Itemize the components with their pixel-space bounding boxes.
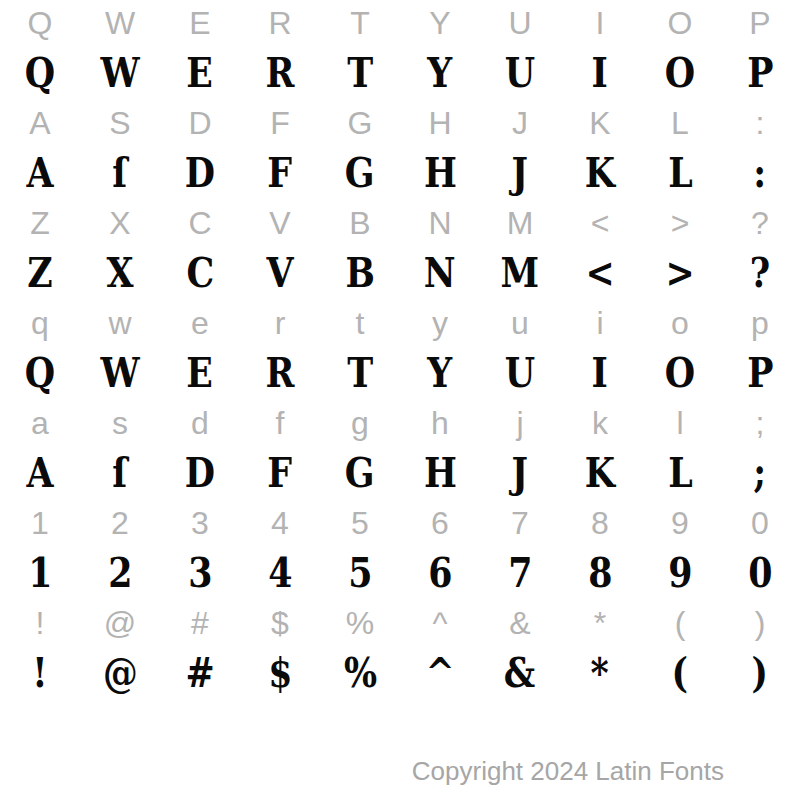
glyph-cell-r2c7: U: [480, 53, 560, 94]
glyph-reference: s: [112, 405, 128, 441]
glyph-reference: D: [188, 105, 211, 141]
glyph-cell-r12c5: 5: [320, 553, 400, 594]
glyph-sample: T: [347, 53, 373, 94]
glyph-reference: C: [188, 205, 211, 241]
glyph-reference: f: [276, 405, 285, 441]
glyph-reference: u: [511, 305, 529, 341]
glyph-reference: g: [351, 405, 369, 441]
glyph-cell-r5c3: C: [160, 207, 240, 239]
glyph-reference: ^: [432, 605, 447, 641]
glyph-cell-r4c6: H: [400, 153, 480, 194]
glyph-sample: F: [268, 153, 293, 194]
glyph-cell-r6c2: X: [80, 253, 160, 294]
glyph-sample: Q: [25, 353, 55, 394]
glyph-cell-r4c5: G: [320, 153, 400, 194]
glyph-cell-r2c5: T: [320, 53, 400, 94]
glyph-cell-r12c3: 3: [160, 553, 240, 594]
glyph-cell-r1c4: R: [240, 7, 320, 39]
glyph-sample: 7: [508, 553, 532, 594]
glyph-reference: S: [109, 105, 130, 141]
glyph-reference: @: [104, 605, 136, 641]
glyph-sample: E: [187, 353, 214, 394]
glyph-cell-r14c8: *: [560, 653, 640, 694]
glyph-sample: P: [747, 353, 773, 394]
glyph-sample: A: [26, 153, 53, 194]
glyph-cell-r11c10: 0: [720, 507, 800, 539]
glyph-cell-r7c4: r: [240, 307, 320, 339]
glyph-cell-r5c6: N: [400, 207, 480, 239]
glyph-sample: #: [185, 653, 214, 694]
glyph-reference: U: [508, 5, 531, 41]
glyph-cell-r8c10: P: [720, 353, 800, 394]
glyph-reference: ?: [751, 205, 769, 241]
glyph-cell-r4c1: A: [0, 153, 80, 194]
glyph-sample: %: [343, 653, 376, 694]
glyph-cell-r10c9: L: [640, 453, 720, 494]
glyph-sample: L: [668, 453, 693, 494]
glyph-sample: Z: [27, 253, 52, 294]
glyph-sample: R: [266, 353, 295, 394]
glyph-reference: l: [676, 405, 683, 441]
glyph-cell-r12c4: 4: [240, 553, 320, 594]
glyph-cell-r13c4: $: [240, 607, 320, 639]
glyph-sample: 6: [428, 553, 452, 594]
glyph-reference: P: [749, 5, 770, 41]
glyph-cell-r11c7: 7: [480, 507, 560, 539]
glyph-reference: L: [671, 105, 689, 141]
glyph-sample: 3: [188, 553, 212, 594]
glyph-cell-r14c5: %: [320, 653, 400, 694]
glyph-cell-r10c8: K: [560, 453, 640, 494]
glyph-reference: R: [268, 5, 291, 41]
glyph-reference: ): [755, 605, 766, 641]
glyph-cell-r7c6: y: [400, 307, 480, 339]
glyph-cell-r13c8: *: [560, 607, 640, 639]
glyph-cell-r1c9: O: [640, 7, 720, 39]
glyph-sample: K: [585, 453, 615, 494]
glyph-reference: #: [191, 605, 209, 641]
glyph-cell-r8c3: E: [160, 353, 240, 394]
glyph-reference: i: [596, 305, 603, 341]
glyph-cell-r3c5: G: [320, 107, 400, 139]
glyph-reference: y: [432, 305, 448, 341]
glyph-cell-r8c6: Y: [400, 353, 480, 394]
glyph-reference: F: [270, 105, 290, 141]
glyph-cell-r9c9: l: [640, 407, 720, 439]
glyph-cell-r1c7: U: [480, 7, 560, 39]
glyph-sample: 5: [348, 553, 372, 594]
glyph-sample: U: [505, 353, 535, 394]
glyph-sample: ſ: [112, 453, 127, 494]
glyph-reference: h: [431, 405, 449, 441]
glyph-sample: 1: [28, 553, 52, 594]
glyph-reference: $: [271, 605, 289, 641]
glyph-cell-r11c1: 1: [0, 507, 80, 539]
glyph-reference: X: [109, 205, 130, 241]
glyph-cell-r7c2: w: [80, 307, 160, 339]
glyph-cell-r9c10: ;: [720, 407, 800, 439]
glyph-sample: K: [585, 153, 615, 194]
glyph-cell-r9c8: k: [560, 407, 640, 439]
glyph-sample: ?: [750, 253, 770, 294]
glyph-cell-r10c5: G: [320, 453, 400, 494]
glyph-cell-r2c2: W: [80, 53, 160, 94]
glyph-cell-r13c7: &: [480, 607, 560, 639]
glyph-reference: 3: [191, 505, 209, 541]
specimen-row-3-reference: ASDFGHJKL:: [0, 100, 800, 146]
glyph-reference: o: [671, 305, 689, 341]
glyph-cell-r10c6: H: [400, 453, 480, 494]
glyph-cell-r8c4: R: [240, 353, 320, 394]
glyph-sample: J: [512, 453, 528, 494]
glyph-reference: T: [350, 5, 370, 41]
glyph-cell-r8c9: O: [640, 353, 720, 394]
glyph-sample: W: [100, 53, 139, 94]
glyph-cell-r1c5: T: [320, 7, 400, 39]
glyph-sample: 2: [108, 553, 132, 594]
glyph-cell-r5c1: Z: [0, 207, 80, 239]
glyph-reference: p: [751, 305, 769, 341]
glyph-cell-r1c1: Q: [0, 7, 80, 39]
glyph-cell-r1c6: Y: [400, 7, 480, 39]
glyph-sample: Q: [25, 53, 55, 94]
glyph-reference: 6: [431, 505, 449, 541]
glyph-sample: O: [665, 353, 695, 394]
glyph-cell-r10c3: D: [160, 453, 240, 494]
glyph-reference: E: [189, 5, 210, 41]
glyph-cell-r4c7: J: [480, 153, 560, 194]
glyph-cell-r7c10: p: [720, 307, 800, 339]
glyph-cell-r8c1: Q: [0, 353, 80, 394]
glyph-cell-r14c9: (: [640, 653, 720, 694]
specimen-row-6-sample: ZXCVBNM<>?: [0, 246, 800, 300]
glyph-cell-r2c1: Q: [0, 53, 80, 94]
specimen-row-14-sample: !@#$%^&*(): [0, 646, 800, 700]
glyph-sample: W: [100, 353, 139, 394]
glyph-sample: <: [585, 253, 614, 294]
glyph-reference: t: [356, 305, 365, 341]
glyph-reference: 9: [671, 505, 689, 541]
glyph-cell-r7c8: i: [560, 307, 640, 339]
glyph-cell-r10c1: A: [0, 453, 80, 494]
font-specimen-page: QWERTYUIOPQWERTYUIOPASDFGHJKL:AſDFGHJKL:…: [0, 0, 800, 800]
glyph-reference: 5: [351, 505, 369, 541]
specimen-row-2-sample: QWERTYUIOP: [0, 46, 800, 100]
glyph-reference: :: [756, 105, 765, 141]
glyph-cell-r1c2: W: [80, 7, 160, 39]
glyph-sample: L: [668, 153, 693, 194]
glyph-cell-r12c1: 1: [0, 553, 80, 594]
glyph-cell-r7c1: q: [0, 307, 80, 339]
glyph-cell-r13c10: ): [720, 607, 800, 639]
glyph-cell-r10c2: ſ: [80, 453, 160, 494]
glyph-reference: <: [591, 205, 610, 241]
glyph-cell-r11c8: 8: [560, 507, 640, 539]
glyph-cell-r6c9: >: [640, 253, 720, 294]
glyph-cell-r14c3: #: [160, 653, 240, 694]
glyph-cell-r12c9: 9: [640, 553, 720, 594]
glyph-cell-r10c10: ;: [720, 453, 800, 494]
glyph-cell-r8c8: I: [560, 353, 640, 394]
glyph-sample: Y: [428, 53, 453, 94]
glyph-cell-r4c3: D: [160, 153, 240, 194]
glyph-cell-r5c4: V: [240, 207, 320, 239]
glyph-sample: U: [505, 53, 535, 94]
glyph-reference: 8: [591, 505, 609, 541]
glyph-cell-r6c4: V: [240, 253, 320, 294]
glyph-reference: W: [105, 5, 135, 41]
glyph-cell-r13c6: ^: [400, 607, 480, 639]
glyph-reference: %: [346, 605, 374, 641]
glyph-cell-r3c7: J: [480, 107, 560, 139]
glyph-cell-r6c7: M: [480, 253, 560, 294]
glyph-cell-r5c5: B: [320, 207, 400, 239]
glyph-cell-r3c8: K: [560, 107, 640, 139]
copyright-notice: Copyright 2024 Latin Fonts: [412, 756, 724, 787]
glyph-sample: V: [266, 253, 293, 294]
glyph-sample: O: [665, 53, 695, 94]
glyph-cell-r6c3: C: [160, 253, 240, 294]
glyph-cell-r6c1: Z: [0, 253, 80, 294]
glyph-sample: &: [504, 653, 535, 694]
glyph-sample: M: [501, 253, 540, 294]
glyph-cell-r13c5: %: [320, 607, 400, 639]
glyph-cell-r11c9: 9: [640, 507, 720, 539]
glyph-cell-r12c8: 8: [560, 553, 640, 594]
glyph-cell-r7c3: e: [160, 307, 240, 339]
glyph-cell-r8c5: T: [320, 353, 400, 394]
character-map-grid: QWERTYUIOPQWERTYUIOPASDFGHJKL:AſDFGHJKL:…: [0, 0, 800, 700]
glyph-reference: 4: [271, 505, 289, 541]
glyph-reference: H: [428, 105, 451, 141]
glyph-sample: *: [591, 653, 609, 694]
glyph-cell-r6c10: ?: [720, 253, 800, 294]
glyph-reference: 1: [31, 505, 49, 541]
specimen-row-8-sample: QWERTYUIOP: [0, 346, 800, 400]
glyph-reference: I: [596, 5, 605, 41]
glyph-cell-r10c4: F: [240, 453, 320, 494]
specimen-row-11-reference: 1234567890: [0, 500, 800, 546]
glyph-cell-r9c7: j: [480, 407, 560, 439]
glyph-cell-r6c8: <: [560, 253, 640, 294]
glyph-cell-r7c7: u: [480, 307, 560, 339]
glyph-sample: 0: [748, 553, 772, 594]
glyph-cell-r10c7: J: [480, 453, 560, 494]
glyph-cell-r5c8: <: [560, 207, 640, 239]
glyph-sample: F: [268, 453, 293, 494]
glyph-sample: Y: [428, 353, 453, 394]
glyph-sample: C: [186, 253, 214, 294]
glyph-cell-r12c10: 0: [720, 553, 800, 594]
glyph-sample: I: [592, 53, 608, 94]
specimen-row-13-reference: !@#$%^&*(): [0, 600, 800, 646]
glyph-cell-r3c6: H: [400, 107, 480, 139]
glyph-reference: q: [31, 305, 49, 341]
glyph-cell-r13c2: @: [80, 607, 160, 639]
glyph-reference: w: [108, 305, 131, 341]
glyph-cell-r3c1: A: [0, 107, 80, 139]
specimen-row-4-sample: AſDFGHJKL:: [0, 146, 800, 200]
glyph-sample: 4: [268, 553, 292, 594]
glyph-sample: H: [424, 453, 457, 494]
glyph-cell-r9c3: d: [160, 407, 240, 439]
glyph-cell-r13c1: !: [0, 607, 80, 639]
glyph-cell-r12c2: 2: [80, 553, 160, 594]
glyph-reference: 0: [751, 505, 769, 541]
glyph-cell-r4c4: F: [240, 153, 320, 194]
specimen-row-1-reference: QWERTYUIOP: [0, 0, 800, 46]
glyph-reference: Q: [28, 5, 53, 41]
glyph-sample: J: [512, 153, 528, 194]
glyph-reference: A: [29, 105, 50, 141]
glyph-sample: I: [592, 353, 608, 394]
glyph-reference: K: [589, 105, 610, 141]
glyph-reference: a: [31, 405, 49, 441]
glyph-reference: J: [512, 105, 528, 141]
glyph-reference: &: [509, 605, 530, 641]
glyph-cell-r1c10: P: [720, 7, 800, 39]
glyph-sample: ;: [754, 453, 767, 494]
glyph-sample: D: [185, 453, 215, 494]
glyph-sample: A: [26, 453, 53, 494]
glyph-reference: e: [191, 305, 209, 341]
glyph-cell-r4c10: :: [720, 153, 800, 194]
glyph-cell-r11c4: 4: [240, 507, 320, 539]
glyph-reference: 7: [511, 505, 529, 541]
glyph-sample: T: [347, 353, 373, 394]
glyph-cell-r13c9: (: [640, 607, 720, 639]
glyph-cell-r6c6: N: [400, 253, 480, 294]
specimen-row-12-sample: 1234567890: [0, 546, 800, 600]
glyph-sample: E: [187, 53, 214, 94]
glyph-cell-r8c2: W: [80, 353, 160, 394]
glyph-cell-r3c9: L: [640, 107, 720, 139]
glyph-reference: d: [191, 405, 209, 441]
glyph-reference: k: [592, 405, 608, 441]
glyph-cell-r11c3: 3: [160, 507, 240, 539]
glyph-sample: N: [424, 253, 456, 294]
glyph-cell-r12c7: 7: [480, 553, 560, 594]
glyph-cell-r3c3: D: [160, 107, 240, 139]
glyph-cell-r7c9: o: [640, 307, 720, 339]
glyph-reference: ;: [756, 405, 765, 441]
glyph-cell-r4c9: L: [640, 153, 720, 194]
glyph-cell-r11c5: 5: [320, 507, 400, 539]
glyph-cell-r14c1: !: [0, 653, 80, 694]
glyph-cell-r9c2: s: [80, 407, 160, 439]
glyph-reference: G: [348, 105, 373, 141]
glyph-reference: O: [668, 5, 693, 41]
glyph-cell-r14c7: &: [480, 653, 560, 694]
glyph-reference: j: [516, 405, 523, 441]
glyph-sample: G: [345, 453, 375, 494]
glyph-cell-r3c2: S: [80, 107, 160, 139]
glyph-reference: 2: [111, 505, 129, 541]
glyph-cell-r3c10: :: [720, 107, 800, 139]
glyph-cell-r7c5: t: [320, 307, 400, 339]
glyph-cell-r9c4: f: [240, 407, 320, 439]
glyph-sample: ſ: [112, 153, 127, 194]
glyph-reference: *: [594, 605, 606, 641]
glyph-sample: @: [103, 653, 138, 694]
glyph-cell-r9c1: a: [0, 407, 80, 439]
glyph-reference: >: [671, 205, 690, 241]
glyph-reference: !: [36, 605, 45, 641]
glyph-sample: P: [747, 53, 773, 94]
glyph-cell-r3c4: F: [240, 107, 320, 139]
glyph-sample: G: [345, 153, 375, 194]
glyph-reference: B: [349, 205, 370, 241]
glyph-sample: 8: [588, 553, 612, 594]
glyph-cell-r13c3: #: [160, 607, 240, 639]
glyph-sample: D: [185, 153, 215, 194]
glyph-reference: V: [269, 205, 290, 241]
glyph-cell-r1c8: I: [560, 7, 640, 39]
glyph-cell-r2c10: P: [720, 53, 800, 94]
glyph-cell-r14c10: ): [720, 653, 800, 694]
glyph-cell-r5c2: X: [80, 207, 160, 239]
glyph-cell-r11c2: 2: [80, 507, 160, 539]
glyph-cell-r9c6: h: [400, 407, 480, 439]
glyph-cell-r14c4: $: [240, 653, 320, 694]
glyph-cell-r8c7: U: [480, 353, 560, 394]
glyph-sample: X: [106, 253, 133, 294]
glyph-sample: B: [345, 253, 374, 294]
glyph-reference: N: [428, 205, 451, 241]
glyph-cell-r2c6: Y: [400, 53, 480, 94]
glyph-sample: :: [754, 153, 767, 194]
glyph-sample: !: [32, 653, 47, 694]
glyph-cell-r5c7: M: [480, 207, 560, 239]
glyph-sample: 9: [668, 553, 692, 594]
glyph-sample: $: [268, 653, 292, 694]
glyph-cell-r9c5: g: [320, 407, 400, 439]
glyph-cell-r1c3: E: [160, 7, 240, 39]
glyph-cell-r4c8: K: [560, 153, 640, 194]
glyph-sample: R: [266, 53, 295, 94]
glyph-sample: H: [424, 153, 457, 194]
glyph-reference: (: [675, 605, 686, 641]
glyph-cell-r4c2: ſ: [80, 153, 160, 194]
glyph-cell-r14c6: ^: [400, 653, 480, 694]
specimen-row-7-reference: qwertyuiop: [0, 300, 800, 346]
glyph-cell-r11c6: 6: [400, 507, 480, 539]
glyph-cell-r5c9: >: [640, 207, 720, 239]
glyph-sample: ^: [425, 653, 454, 694]
glyph-reference: M: [507, 205, 534, 241]
specimen-row-5-reference: ZXCVBNM<>?: [0, 200, 800, 246]
glyph-reference: Z: [30, 205, 50, 241]
glyph-reference: r: [275, 305, 286, 341]
glyph-cell-r2c9: O: [640, 53, 720, 94]
glyph-sample: (: [672, 653, 688, 694]
glyph-cell-r2c8: I: [560, 53, 640, 94]
glyph-sample: >: [665, 253, 694, 294]
glyph-sample: ): [752, 653, 768, 694]
glyph-cell-r14c2: @: [80, 653, 160, 694]
glyph-cell-r12c6: 6: [400, 553, 480, 594]
glyph-cell-r2c3: E: [160, 53, 240, 94]
specimen-row-9-reference: asdfghjkl;: [0, 400, 800, 446]
glyph-cell-r6c5: B: [320, 253, 400, 294]
specimen-row-10-sample: AſDFGHJKL;: [0, 446, 800, 500]
glyph-cell-r5c10: ?: [720, 207, 800, 239]
glyph-reference: Y: [429, 5, 450, 41]
glyph-cell-r2c4: R: [240, 53, 320, 94]
